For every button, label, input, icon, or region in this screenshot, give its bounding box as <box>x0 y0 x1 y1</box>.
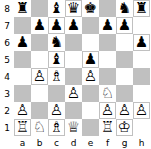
piece-white-bishop: ♗ <box>50 69 63 84</box>
file-label-e: e <box>82 136 99 149</box>
piece-white-pawn: ♙ <box>50 103 63 118</box>
square-c1[interactable]: ♗ <box>48 119 65 136</box>
piece-white-pawn: ♙ <box>135 103 148 118</box>
piece-bitmap-background: ♙ <box>134 103 149 118</box>
piece-bitmap-background: ♙ <box>32 69 47 84</box>
piece-bitmap-background: ♕ <box>66 120 81 135</box>
piece-bitmap-background: ♟ <box>100 18 115 33</box>
piece-bitmap-background: ♙ <box>100 103 115 118</box>
square-e5[interactable]: ♟ <box>82 51 99 68</box>
square-e8[interactable]: ♚ <box>82 0 99 17</box>
piece-black-bishop: ♝ <box>50 1 63 16</box>
square-c3[interactable] <box>48 85 65 102</box>
square-a7[interactable] <box>14 17 31 34</box>
piece-bitmap-background: ♙ <box>49 103 64 118</box>
file-label-d: d <box>65 136 82 149</box>
square-f6[interactable] <box>99 34 116 51</box>
square-d8[interactable]: ♛ <box>65 0 82 17</box>
square-c8[interactable]: ♝ <box>48 0 65 17</box>
square-g2[interactable]: ♙ <box>116 102 133 119</box>
square-d7[interactable]: ♟ <box>65 17 82 34</box>
piece-black-pawn: ♟ <box>33 18 46 33</box>
square-d4[interactable] <box>65 68 82 85</box>
square-e3[interactable] <box>82 85 99 102</box>
square-c5[interactable]: ♝ <box>48 51 65 68</box>
piece-white-pawn: ♙ <box>16 103 29 118</box>
square-a1[interactable]: ♖ <box>14 119 31 136</box>
piece-bitmap-background: ♟ <box>32 18 47 33</box>
square-e1[interactable] <box>82 119 99 136</box>
piece-black-king: ♚ <box>84 1 97 16</box>
piece-black-queen: ♛ <box>67 1 80 16</box>
piece-black-pawn: ♟ <box>50 18 63 33</box>
square-b1[interactable]: ♘ <box>31 119 48 136</box>
square-e7[interactable] <box>82 17 99 34</box>
square-h1[interactable] <box>133 119 150 136</box>
piece-black-pawn: ♟ <box>135 35 148 50</box>
piece-bitmap-background: ♞ <box>49 35 64 50</box>
square-f2[interactable]: ♙ <box>99 102 116 119</box>
piece-bitmap-background: ♘ <box>32 120 47 135</box>
piece-white-pawn: ♙ <box>118 103 131 118</box>
piece-bitmap-background: ♗ <box>49 120 64 135</box>
square-e2[interactable] <box>82 102 99 119</box>
square-h7[interactable] <box>133 17 150 34</box>
piece-bitmap-background: ♟ <box>15 35 30 50</box>
piece-white-rook: ♖ <box>101 120 114 135</box>
piece-white-rook: ♖ <box>16 120 29 135</box>
file-label-h: h <box>133 136 150 149</box>
rank-label-7: 7 <box>0 17 14 34</box>
square-g1[interactable]: ♔ <box>116 119 133 136</box>
rank-label-1: 1 <box>0 119 14 136</box>
square-f5[interactable] <box>99 51 116 68</box>
square-d2[interactable] <box>65 102 82 119</box>
rank-labels: 87654321 <box>0 0 14 136</box>
square-c2[interactable]: ♙ <box>48 102 65 119</box>
rank-label-4: 4 <box>0 68 14 85</box>
piece-black-pawn: ♟ <box>101 18 114 33</box>
piece-bitmap-background: ♙ <box>117 103 132 118</box>
rank-label-3: 3 <box>0 85 14 102</box>
square-h4[interactable] <box>133 68 150 85</box>
piece-black-pawn: ♟ <box>16 35 29 50</box>
file-label-g: g <box>116 136 133 149</box>
square-c7[interactable]: ♟ <box>48 17 65 34</box>
square-c4[interactable]: ♗ <box>48 68 65 85</box>
square-h3[interactable] <box>133 85 150 102</box>
square-h6[interactable]: ♟ <box>133 34 150 51</box>
square-f1[interactable]: ♖ <box>99 119 116 136</box>
piece-bitmap-background: ♔ <box>117 120 132 135</box>
piece-bitmap-background: ♖ <box>100 120 115 135</box>
piece-black-rook: ♜ <box>16 1 29 16</box>
piece-white-pawn: ♙ <box>33 69 46 84</box>
square-b4[interactable]: ♙ <box>31 68 48 85</box>
square-g4[interactable] <box>116 68 133 85</box>
piece-bitmap-background: ♟ <box>49 18 64 33</box>
piece-black-knight: ♞ <box>118 1 131 16</box>
piece-bitmap-background: ♜ <box>134 1 149 16</box>
piece-bitmap-background: ♛ <box>66 1 81 16</box>
piece-bitmap-background: ♖ <box>15 120 30 135</box>
file-label-c: c <box>48 136 65 149</box>
rank-label-6: 6 <box>0 34 14 51</box>
square-b3[interactable] <box>31 85 48 102</box>
piece-bitmap-background: ♙ <box>15 103 30 118</box>
square-b6[interactable] <box>31 34 48 51</box>
square-g8[interactable]: ♞ <box>116 0 133 17</box>
piece-black-rook: ♜ <box>135 1 148 16</box>
square-f4[interactable] <box>99 68 116 85</box>
piece-bitmap-background: ♜ <box>15 1 30 16</box>
square-a6[interactable]: ♟ <box>14 34 31 51</box>
piece-bitmap-background: ♝ <box>49 1 64 16</box>
chess-board: ♜♝♛♚♞♜♟♟♟♟♟♟♞♟♝♟♙♗♙♙♘♙♙♙♙♙♖♘♗♕♖♔ <box>14 0 150 136</box>
piece-white-queen: ♕ <box>67 120 80 135</box>
piece-white-pawn: ♙ <box>84 69 97 84</box>
square-a3[interactable] <box>14 85 31 102</box>
square-d3[interactable]: ♙ <box>65 85 82 102</box>
rank-label-5: 5 <box>0 51 14 68</box>
square-g6[interactable] <box>116 34 133 51</box>
piece-bitmap-background: ♟ <box>83 52 98 67</box>
piece-bitmap-background: ♗ <box>49 69 64 84</box>
file-label-f: f <box>99 136 116 149</box>
square-h5[interactable] <box>133 51 150 68</box>
square-d6[interactable] <box>65 34 82 51</box>
square-e6[interactable] <box>82 34 99 51</box>
square-f7[interactable]: ♟ <box>99 17 116 34</box>
rank-label-8: 8 <box>0 0 14 17</box>
square-a5[interactable] <box>14 51 31 68</box>
piece-white-bishop: ♗ <box>50 120 63 135</box>
piece-black-bishop: ♝ <box>50 52 63 67</box>
square-e4[interactable]: ♙ <box>82 68 99 85</box>
square-b2[interactable] <box>31 102 48 119</box>
square-g7[interactable]: ♟ <box>116 17 133 34</box>
piece-bitmap-background: ♟ <box>66 18 81 33</box>
square-h2[interactable]: ♙ <box>133 102 150 119</box>
piece-bitmap-background: ♝ <box>49 52 64 67</box>
piece-bitmap-background: ♟ <box>134 35 149 50</box>
rank-label-2: 2 <box>0 102 14 119</box>
piece-black-pawn: ♟ <box>84 52 97 67</box>
piece-bitmap-background: ♙ <box>83 69 98 84</box>
square-c6[interactable]: ♞ <box>48 34 65 51</box>
square-f3[interactable]: ♘ <box>99 85 116 102</box>
piece-bitmap-background: ♚ <box>83 1 98 16</box>
piece-bitmap-background: ♟ <box>117 18 132 33</box>
square-d5[interactable] <box>65 51 82 68</box>
piece-white-knight: ♘ <box>33 120 46 135</box>
piece-bitmap-background: ♞ <box>117 1 132 16</box>
square-h8[interactable]: ♜ <box>133 0 150 17</box>
square-d1[interactable]: ♕ <box>65 119 82 136</box>
piece-bitmap-background: ♘ <box>100 86 115 101</box>
square-a4[interactable] <box>14 68 31 85</box>
piece-white-king: ♔ <box>118 120 131 135</box>
square-a2[interactable]: ♙ <box>14 102 31 119</box>
piece-white-pawn: ♙ <box>101 103 114 118</box>
square-g3[interactable] <box>116 85 133 102</box>
piece-white-pawn: ♙ <box>67 86 80 101</box>
piece-white-knight: ♘ <box>101 86 114 101</box>
square-b5[interactable] <box>31 51 48 68</box>
square-b7[interactable]: ♟ <box>31 17 48 34</box>
piece-black-pawn: ♟ <box>118 18 131 33</box>
square-g5[interactable] <box>116 51 133 68</box>
file-labels: abcdefgh <box>14 136 150 149</box>
piece-black-knight: ♞ <box>50 35 63 50</box>
chess-app-screenshot: 87654321 ♜♝♛♚♞♜♟♟♟♟♟♟♞♟♝♟♙♗♙♙♘♙♙♙♙♙♖♘♗♕♖… <box>0 0 151 149</box>
piece-bitmap-background: ♙ <box>66 86 81 101</box>
square-a8[interactable]: ♜ <box>14 0 31 17</box>
square-b8[interactable] <box>31 0 48 17</box>
piece-black-pawn: ♟ <box>67 18 80 33</box>
file-label-a: a <box>14 136 31 149</box>
square-f8[interactable] <box>99 0 116 17</box>
file-label-b: b <box>31 136 48 149</box>
